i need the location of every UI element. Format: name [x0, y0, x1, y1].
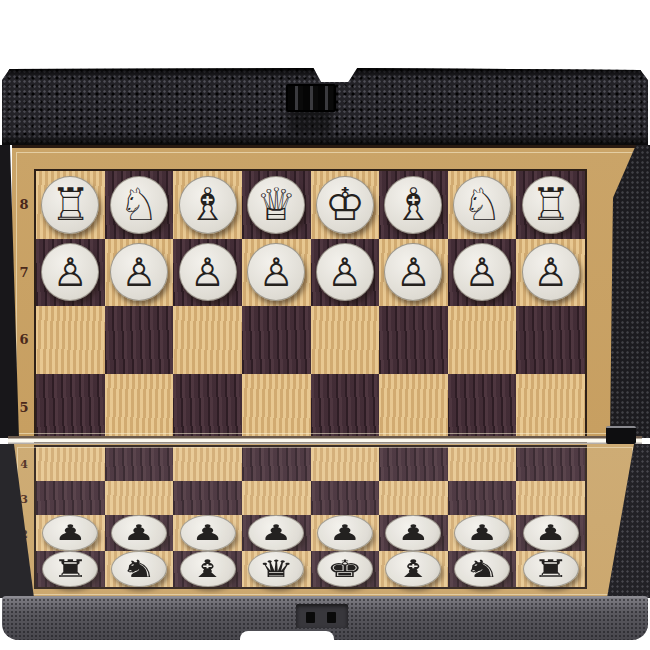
chess-piece-glyph: ♜ [52, 557, 88, 581]
piece-disc-bP-c2[interactable]: ♟ [180, 515, 236, 551]
chess-piece-glyph: ♙ [190, 253, 225, 292]
square-e6[interactable] [311, 306, 380, 374]
square-g7[interactable]: ♙ [448, 239, 517, 307]
square-d1[interactable]: ♛ [242, 551, 311, 587]
chess-piece-glyph: ♟ [54, 522, 86, 544]
square-h8[interactable]: ♖ [516, 171, 585, 239]
chess-piece-glyph: ♟ [535, 522, 567, 544]
chess-piece-glyph: ♗ [187, 182, 227, 227]
lid-clasp-tab [286, 84, 336, 112]
board-print-upper: 8765 ♖♘♗♕♔♗♘♖♙♙♙♙♙♙♙♙ [12, 145, 640, 438]
chess-piece-glyph: ♟ [191, 522, 223, 544]
square-f3[interactable] [379, 481, 448, 515]
square-a4[interactable] [36, 447, 105, 481]
chess-piece-glyph: ♙ [327, 253, 362, 292]
piece-disc-wN-b8[interactable]: ♘ [110, 176, 168, 234]
chess-piece-glyph: ♟ [123, 522, 155, 544]
square-b8[interactable]: ♘ [105, 171, 174, 239]
square-e8[interactable]: ♔ [311, 171, 380, 239]
square-g3[interactable] [448, 481, 517, 515]
piece-disc-bN-g1[interactable]: ♞ [454, 551, 510, 587]
chess-piece-glyph: ♔ [325, 182, 365, 227]
piece-disc-bQ-d1[interactable]: ♛ [248, 551, 304, 587]
chess-piece-glyph: ♝ [396, 557, 432, 581]
square-b2[interactable]: ♟ [105, 515, 174, 551]
square-f7[interactable]: ♙ [379, 239, 448, 307]
piece-disc-bP-a2[interactable]: ♟ [42, 515, 98, 551]
piece-disc-wP-c7[interactable]: ♙ [179, 243, 237, 301]
square-d5[interactable] [242, 374, 311, 442]
square-f1[interactable]: ♝ [379, 551, 448, 587]
clasp-hole [306, 612, 315, 623]
square-e3[interactable] [311, 481, 380, 515]
square-a6[interactable] [36, 306, 105, 374]
chess-piece-glyph: ♜ [533, 557, 569, 581]
square-h5[interactable] [516, 374, 585, 442]
rank-label-5: 5 [19, 374, 28, 442]
square-g1[interactable]: ♞ [448, 551, 517, 587]
square-g8[interactable]: ♘ [448, 171, 517, 239]
square-h3[interactable] [516, 481, 585, 515]
rank-label-8: 8 [19, 171, 28, 239]
square-g2[interactable]: ♟ [448, 515, 517, 551]
lower-squares-grid: ♟♟♟♟♟♟♟♟♜♞♝♛♚♝♞♜ [34, 445, 587, 589]
square-b6[interactable] [105, 306, 174, 374]
square-a3[interactable] [36, 481, 105, 515]
square-c1[interactable]: ♝ [173, 551, 242, 587]
board-upper-leaf: 8765 ♖♘♗♕♔♗♘♖♙♙♙♙♙♙♙♙ [0, 145, 650, 438]
square-a2[interactable]: ♟ [36, 515, 105, 551]
piece-disc-bB-c1[interactable]: ♝ [180, 551, 236, 587]
chess-piece-glyph: ♘ [462, 182, 502, 227]
case-front-rim [2, 596, 648, 640]
chess-piece-glyph: ♛ [258, 557, 294, 581]
square-g5[interactable] [448, 374, 517, 442]
chess-piece-glyph: ♟ [397, 522, 429, 544]
square-g4[interactable] [448, 447, 517, 481]
piece-disc-bP-e2[interactable]: ♟ [317, 515, 373, 551]
piece-disc-bB-f1[interactable]: ♝ [385, 551, 441, 587]
square-a7[interactable]: ♙ [36, 239, 105, 307]
square-e2[interactable]: ♟ [311, 515, 380, 551]
square-d2[interactable]: ♟ [242, 515, 311, 551]
square-a8[interactable]: ♖ [36, 171, 105, 239]
piece-disc-wQ-d8[interactable]: ♕ [247, 176, 305, 234]
clasp-receiver [296, 604, 348, 628]
chess-piece-glyph: ♟ [260, 522, 292, 544]
chess-piece-glyph: ♖ [531, 182, 571, 227]
square-h2[interactable]: ♟ [516, 515, 585, 551]
piece-disc-wB-c8[interactable]: ♗ [179, 176, 237, 234]
rank-label-4: 4 [20, 447, 28, 482]
chess-piece-glyph: ♟ [329, 522, 361, 544]
chess-piece-glyph: ♙ [53, 253, 88, 292]
chess-piece-glyph: ♙ [465, 253, 500, 292]
piece-disc-wR-h8[interactable]: ♖ [522, 176, 580, 234]
square-f4[interactable] [379, 447, 448, 481]
square-c8[interactable]: ♗ [173, 171, 242, 239]
bottom-thumb-indent [240, 631, 334, 642]
square-b7[interactable]: ♙ [105, 239, 174, 307]
square-h6[interactable] [516, 306, 585, 374]
square-e1[interactable]: ♚ [311, 551, 380, 587]
square-c7[interactable]: ♙ [173, 239, 242, 307]
hinge-knuckle-right [606, 426, 636, 444]
square-e4[interactable] [311, 447, 380, 481]
piece-disc-bR-a1[interactable]: ♜ [42, 551, 98, 587]
square-a5[interactable] [36, 374, 105, 442]
chess-piece-glyph: ♙ [121, 253, 156, 292]
chess-piece-glyph: ♚ [327, 557, 363, 581]
chess-piece-glyph: ♙ [533, 253, 568, 292]
chess-piece-glyph: ♟ [466, 522, 498, 544]
piece-disc-bP-d2[interactable]: ♟ [248, 515, 304, 551]
piece-disc-bR-h1[interactable]: ♜ [523, 551, 579, 587]
piece-disc-wP-a7[interactable]: ♙ [41, 243, 99, 301]
piece-disc-bP-f2[interactable]: ♟ [385, 515, 441, 551]
rank-label-7: 7 [19, 239, 28, 307]
chess-piece-glyph: ♙ [396, 253, 431, 292]
square-c3[interactable] [173, 481, 242, 515]
clasp-hole [327, 612, 336, 623]
square-d4[interactable] [242, 447, 311, 481]
chess-piece-glyph: ♙ [259, 253, 294, 292]
square-g6[interactable] [448, 306, 517, 374]
piece-disc-wN-g8[interactable]: ♘ [453, 176, 511, 234]
piece-disc-wP-g7[interactable]: ♙ [453, 243, 511, 301]
piece-disc-bP-b2[interactable]: ♟ [111, 515, 167, 551]
square-f6[interactable] [379, 306, 448, 374]
square-f5[interactable] [379, 374, 448, 442]
board-lower-leaf: 4321 ♟♟♟♟♟♟♟♟♜♞♝♛♚♝♞♜ [0, 444, 650, 598]
square-d6[interactable] [242, 306, 311, 374]
piece-disc-wP-e7[interactable]: ♙ [316, 243, 374, 301]
square-b4[interactable] [105, 447, 174, 481]
square-d8[interactable]: ♕ [242, 171, 311, 239]
square-f2[interactable]: ♟ [379, 515, 448, 551]
piece-disc-bN-b1[interactable]: ♞ [111, 551, 167, 587]
piece-disc-bK-e1[interactable]: ♚ [317, 551, 373, 587]
board-print-lower: 4321 ♟♟♟♟♟♟♟♟♜♞♝♛♚♝♞♜ [14, 444, 636, 598]
piece-disc-wP-h7[interactable]: ♙ [522, 243, 580, 301]
chess-piece-glyph: ♕ [256, 182, 296, 227]
square-d7[interactable]: ♙ [242, 239, 311, 307]
square-d3[interactable] [242, 481, 311, 515]
square-f8[interactable]: ♗ [379, 171, 448, 239]
piece-disc-bP-h2[interactable]: ♟ [523, 515, 579, 551]
square-h7[interactable]: ♙ [516, 239, 585, 307]
pocket-chess-set-photo: 8765 ♖♘♗♕♔♗♘♖♙♙♙♙♙♙♙♙ 4321 ♟♟♟♟♟♟♟♟♜♞♝♛♚… [0, 0, 650, 650]
square-c2[interactable]: ♟ [173, 515, 242, 551]
chess-piece-glyph: ♞ [121, 557, 157, 581]
piece-disc-bP-g2[interactable]: ♟ [454, 515, 510, 551]
rank-label-6: 6 [19, 306, 28, 374]
upper-squares-grid: ♖♘♗♕♔♗♘♖♙♙♙♙♙♙♙♙ [34, 169, 587, 443]
piece-disc-wP-f7[interactable]: ♙ [384, 243, 442, 301]
chess-piece-glyph: ♝ [190, 557, 226, 581]
square-a1[interactable]: ♜ [36, 551, 105, 587]
square-e7[interactable]: ♙ [311, 239, 380, 307]
chess-piece-glyph: ♘ [119, 182, 159, 227]
piece-disc-wP-b7[interactable]: ♙ [110, 243, 168, 301]
square-e5[interactable] [311, 374, 380, 442]
square-h4[interactable] [516, 447, 585, 481]
square-b5[interactable] [105, 374, 174, 442]
square-c4[interactable] [173, 447, 242, 481]
square-c6[interactable] [173, 306, 242, 374]
square-h1[interactable]: ♜ [516, 551, 585, 587]
chess-piece-glyph: ♖ [50, 182, 90, 227]
piece-disc-wB-f8[interactable]: ♗ [384, 176, 442, 234]
square-c5[interactable] [173, 374, 242, 442]
piece-disc-wR-a8[interactable]: ♖ [41, 176, 99, 234]
piece-disc-wK-e8[interactable]: ♔ [316, 176, 374, 234]
chess-piece-glyph: ♞ [464, 557, 500, 581]
chess-piece-glyph: ♗ [393, 182, 433, 227]
square-b3[interactable] [105, 481, 174, 515]
square-b1[interactable]: ♞ [105, 551, 174, 587]
piece-disc-wP-d7[interactable]: ♙ [247, 243, 305, 301]
